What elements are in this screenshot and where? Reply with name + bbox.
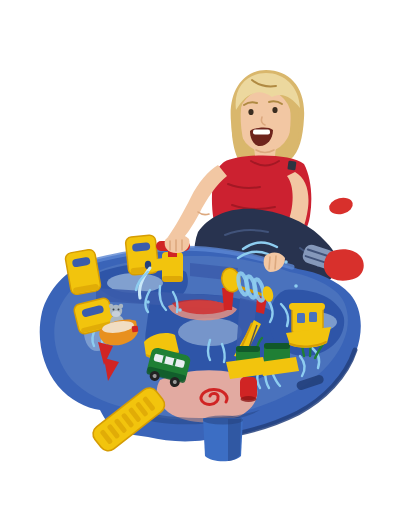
product-photo-stage [0,0,400,520]
eye-right [272,107,277,113]
eye-left [248,109,253,115]
support-leg [203,416,243,462]
teeth [253,130,270,135]
sleeve-patch [287,160,296,170]
photo-illustration [0,0,400,520]
boat-window-2 [309,312,317,322]
lock-gate-top-left [65,249,102,296]
boat-window-1 [297,313,305,323]
sock-front [324,249,364,280]
